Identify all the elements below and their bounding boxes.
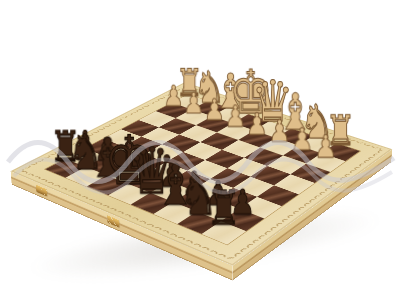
white-pawn-a2[interactable]: ♟ <box>301 123 351 162</box>
chess-set-photo: ♜♞♝♚♛♝♞♜♟♟♟♟♟♟♟♟♟♟♟♟♟♟♟♟♜♞♝♚♛♝♞♜ <box>0 0 400 300</box>
square-a8[interactable]: ♜ <box>202 221 246 244</box>
black-rook-a8[interactable]: ♜ <box>196 176 252 232</box>
square-a2[interactable]: ♟ <box>306 153 345 172</box>
